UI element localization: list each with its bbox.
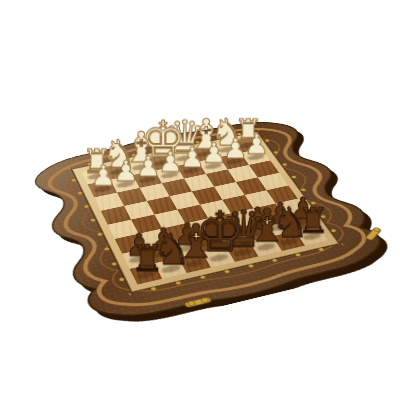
chess-backgammon-case: ♜♞♝♛♚♝♞♜♟♟♟♟♟♟♟♟♟♟♟♟♟♟♟♟♜♞♝♛♚♝♞♜ (0, 100, 400, 342)
product-photo-scene: ♜♞♝♛♚♝♞♜♟♟♟♟♟♟♟♟♟♟♟♟♟♟♟♟♜♞♝♛♚♝♞♜ (0, 0, 400, 400)
